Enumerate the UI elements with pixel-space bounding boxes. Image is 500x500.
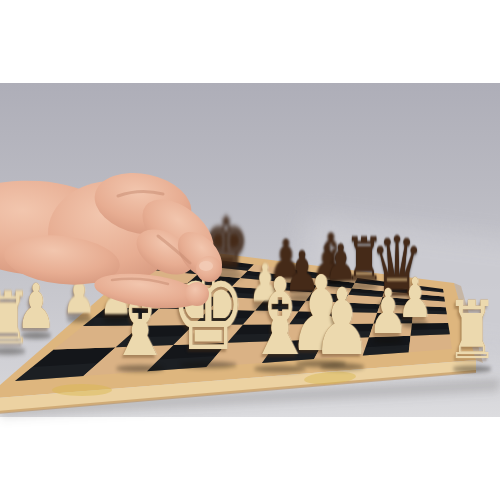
piece-white-pawn-g2[interactable]: ♟	[312, 277, 371, 369]
piece-white-pawn-g3[interactable]: ♟	[368, 281, 408, 343]
piece-white-bishop-e2[interactable]: ♝	[246, 265, 314, 371]
piece-white-king-d2-held[interactable]: ♚	[170, 249, 246, 367]
photo-canvas: ♚♝♟♟♜♟♟♛♟♟♟♟♟♟♜♜♟♟♝♝♚	[0, 0, 500, 500]
wood-stain	[52, 384, 112, 396]
chess-board	[0, 0, 500, 500]
piece-white-rook-a3[interactable]: ♜	[0, 282, 31, 354]
piece-white-pawn-b5[interactable]: ♟	[62, 269, 96, 321]
piece-white-rook-h2[interactable]: ♜	[446, 291, 498, 371]
piece-white-bishop-c2[interactable]: ♝	[108, 271, 173, 371]
